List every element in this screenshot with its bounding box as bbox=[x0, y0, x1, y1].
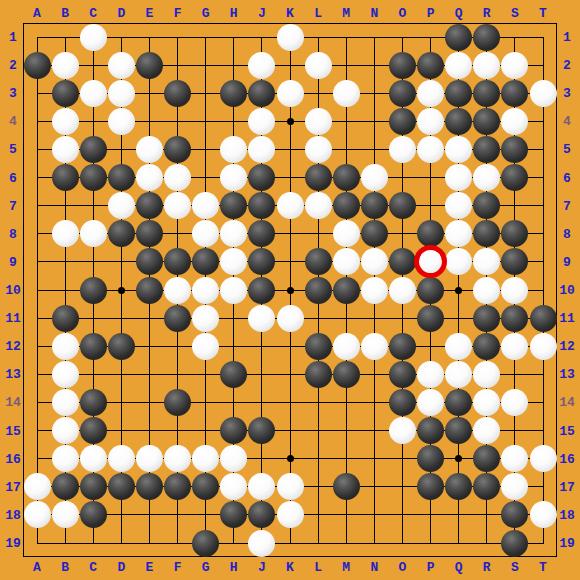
stone-black[interactable] bbox=[192, 248, 219, 275]
stone-black[interactable] bbox=[501, 136, 528, 163]
stone-black[interactable] bbox=[361, 192, 388, 219]
star-point bbox=[118, 287, 125, 294]
stone-white[interactable] bbox=[164, 164, 191, 191]
stone-black[interactable] bbox=[473, 220, 500, 247]
stone-white[interactable] bbox=[52, 108, 79, 135]
row-label-right: 10 bbox=[559, 283, 575, 298]
column-label-bottom: B bbox=[61, 560, 69, 575]
stone-black[interactable] bbox=[473, 24, 500, 51]
stone-white[interactable] bbox=[473, 164, 500, 191]
grid-line-vertical bbox=[37, 37, 38, 544]
stone-white[interactable] bbox=[108, 80, 135, 107]
column-label-top: D bbox=[117, 6, 125, 21]
stone-white[interactable] bbox=[501, 333, 528, 360]
row-label-left: 1 bbox=[9, 30, 17, 45]
column-label-bottom: G bbox=[202, 560, 210, 575]
stone-black[interactable] bbox=[108, 333, 135, 360]
stone-black[interactable] bbox=[136, 277, 163, 304]
column-label-bottom: N bbox=[370, 560, 378, 575]
stone-black[interactable] bbox=[248, 417, 275, 444]
stone-black[interactable] bbox=[192, 530, 219, 557]
stone-black[interactable] bbox=[473, 108, 500, 135]
column-label-top: P bbox=[427, 6, 435, 21]
stone-white[interactable] bbox=[501, 389, 528, 416]
stone-white[interactable] bbox=[445, 136, 472, 163]
stone-white[interactable] bbox=[277, 501, 304, 528]
stone-black[interactable] bbox=[389, 80, 416, 107]
stone-black[interactable] bbox=[361, 220, 388, 247]
stone-black[interactable] bbox=[220, 80, 247, 107]
stone-black[interactable] bbox=[136, 192, 163, 219]
row-label-right: 17 bbox=[559, 479, 575, 494]
stone-white[interactable] bbox=[52, 220, 79, 247]
stone-white[interactable] bbox=[361, 333, 388, 360]
stone-white[interactable] bbox=[192, 305, 219, 332]
stone-white[interactable] bbox=[473, 361, 500, 388]
column-label-top: C bbox=[89, 6, 97, 21]
stone-white[interactable] bbox=[248, 473, 275, 500]
row-label-right: 4 bbox=[563, 114, 571, 129]
column-label-bottom: S bbox=[511, 560, 519, 575]
stone-black[interactable] bbox=[530, 305, 557, 332]
stone-white[interactable] bbox=[361, 248, 388, 275]
stone-white[interactable] bbox=[248, 136, 275, 163]
stone-white[interactable] bbox=[277, 24, 304, 51]
stone-white[interactable] bbox=[108, 445, 135, 472]
stone-white[interactable] bbox=[136, 445, 163, 472]
stone-white[interactable] bbox=[277, 305, 304, 332]
stone-white[interactable] bbox=[445, 361, 472, 388]
stone-white[interactable] bbox=[333, 220, 360, 247]
stone-black[interactable] bbox=[445, 473, 472, 500]
row-label-left: 9 bbox=[9, 254, 17, 269]
stone-black[interactable] bbox=[164, 136, 191, 163]
row-label-right: 13 bbox=[559, 367, 575, 382]
stone-black[interactable] bbox=[473, 136, 500, 163]
stone-white[interactable] bbox=[501, 52, 528, 79]
stone-white[interactable] bbox=[473, 248, 500, 275]
stone-black[interactable] bbox=[333, 164, 360, 191]
row-label-right: 18 bbox=[559, 507, 575, 522]
stone-black[interactable] bbox=[164, 80, 191, 107]
stone-black[interactable] bbox=[136, 248, 163, 275]
stone-white[interactable] bbox=[530, 445, 557, 472]
stone-black[interactable] bbox=[80, 417, 107, 444]
column-label-top: A bbox=[33, 6, 41, 21]
stone-white[interactable] bbox=[220, 277, 247, 304]
stone-white[interactable] bbox=[501, 445, 528, 472]
column-label-top: F bbox=[174, 6, 182, 21]
stone-black[interactable] bbox=[248, 164, 275, 191]
column-label-top: R bbox=[483, 6, 491, 21]
stone-black[interactable] bbox=[248, 220, 275, 247]
stone-white[interactable] bbox=[220, 473, 247, 500]
stone-black[interactable] bbox=[164, 248, 191, 275]
row-label-right: 14 bbox=[559, 395, 575, 410]
stone-white[interactable] bbox=[52, 52, 79, 79]
row-label-right: 7 bbox=[563, 198, 571, 213]
stone-black[interactable] bbox=[248, 80, 275, 107]
stone-black[interactable] bbox=[333, 473, 360, 500]
stone-white[interactable] bbox=[220, 136, 247, 163]
stone-black[interactable] bbox=[501, 305, 528, 332]
stone-white[interactable] bbox=[248, 108, 275, 135]
stone-black[interactable] bbox=[80, 389, 107, 416]
stone-white[interactable] bbox=[52, 333, 79, 360]
row-label-left: 12 bbox=[5, 339, 21, 354]
column-label-bottom: C bbox=[89, 560, 97, 575]
column-label-top: H bbox=[230, 6, 238, 21]
row-label-right: 16 bbox=[559, 451, 575, 466]
stone-white[interactable] bbox=[52, 389, 79, 416]
row-label-left: 14 bbox=[5, 395, 21, 410]
stone-black[interactable] bbox=[80, 501, 107, 528]
stone-black[interactable] bbox=[473, 333, 500, 360]
column-label-top: B bbox=[61, 6, 69, 21]
stone-white[interactable] bbox=[417, 389, 444, 416]
row-label-left: 19 bbox=[5, 536, 21, 551]
stone-black[interactable] bbox=[417, 277, 444, 304]
stone-white[interactable] bbox=[52, 445, 79, 472]
stone-white[interactable] bbox=[277, 473, 304, 500]
stone-black[interactable] bbox=[417, 305, 444, 332]
column-label-top: M bbox=[342, 6, 350, 21]
go-board[interactable]: AABBCCDDEEFFGGHHJJKKLLMMNNOOPPQQRRSSTT11… bbox=[0, 0, 580, 580]
stone-white[interactable] bbox=[389, 277, 416, 304]
stone-white[interactable] bbox=[389, 136, 416, 163]
column-label-bottom: K bbox=[286, 560, 294, 575]
stone-white[interactable] bbox=[305, 136, 332, 163]
row-label-right: 6 bbox=[563, 170, 571, 185]
row-label-right: 19 bbox=[559, 536, 575, 551]
stone-black[interactable] bbox=[417, 473, 444, 500]
stone-white[interactable] bbox=[108, 108, 135, 135]
row-label-right: 11 bbox=[559, 311, 575, 326]
stone-black[interactable] bbox=[501, 248, 528, 275]
stone-black[interactable] bbox=[473, 473, 500, 500]
stone-white[interactable] bbox=[136, 164, 163, 191]
stone-white[interactable] bbox=[277, 192, 304, 219]
star-point bbox=[455, 455, 462, 462]
stone-black[interactable] bbox=[501, 501, 528, 528]
stone-black[interactable] bbox=[108, 164, 135, 191]
stone-black[interactable] bbox=[473, 80, 500, 107]
column-label-bottom: M bbox=[342, 560, 350, 575]
column-label-top: Q bbox=[455, 6, 463, 21]
stone-white[interactable] bbox=[445, 248, 472, 275]
stone-white[interactable] bbox=[192, 192, 219, 219]
star-point bbox=[287, 287, 294, 294]
last-move-marker bbox=[414, 245, 447, 278]
stone-black[interactable] bbox=[220, 417, 247, 444]
column-label-top: L bbox=[314, 6, 322, 21]
stone-black[interactable] bbox=[389, 333, 416, 360]
column-label-bottom: T bbox=[539, 560, 547, 575]
stone-black[interactable] bbox=[248, 192, 275, 219]
column-label-bottom: L bbox=[314, 560, 322, 575]
row-label-right: 5 bbox=[563, 142, 571, 157]
row-label-left: 2 bbox=[9, 58, 17, 73]
stone-white[interactable] bbox=[501, 277, 528, 304]
stone-black[interactable] bbox=[333, 192, 360, 219]
column-label-top: O bbox=[399, 6, 407, 21]
stone-black[interactable] bbox=[445, 108, 472, 135]
stone-black[interactable] bbox=[80, 333, 107, 360]
stone-white[interactable] bbox=[220, 164, 247, 191]
column-label-top: N bbox=[370, 6, 378, 21]
stone-black[interactable] bbox=[501, 220, 528, 247]
stone-black[interactable] bbox=[389, 389, 416, 416]
stone-black[interactable] bbox=[473, 445, 500, 472]
column-label-bottom: R bbox=[483, 560, 491, 575]
stone-black[interactable] bbox=[389, 108, 416, 135]
stone-white[interactable] bbox=[164, 192, 191, 219]
stone-white[interactable] bbox=[473, 417, 500, 444]
stone-white[interactable] bbox=[389, 417, 416, 444]
stone-black[interactable] bbox=[248, 248, 275, 275]
stone-white[interactable] bbox=[530, 80, 557, 107]
stone-white[interactable] bbox=[80, 445, 107, 472]
stone-white[interactable] bbox=[108, 192, 135, 219]
stone-black[interactable] bbox=[248, 501, 275, 528]
row-label-right: 9 bbox=[563, 254, 571, 269]
stone-white[interactable] bbox=[473, 277, 500, 304]
stone-white[interactable] bbox=[445, 164, 472, 191]
stone-black[interactable] bbox=[164, 473, 191, 500]
row-label-left: 17 bbox=[5, 479, 21, 494]
stone-black[interactable] bbox=[389, 361, 416, 388]
row-label-left: 11 bbox=[5, 311, 21, 326]
stone-white[interactable] bbox=[445, 192, 472, 219]
column-label-bottom: Q bbox=[455, 560, 463, 575]
stone-black[interactable] bbox=[333, 361, 360, 388]
column-label-top: J bbox=[258, 6, 266, 21]
column-label-bottom: F bbox=[174, 560, 182, 575]
stone-black[interactable] bbox=[445, 24, 472, 51]
stone-black[interactable] bbox=[417, 52, 444, 79]
stone-white[interactable] bbox=[305, 192, 332, 219]
stone-white[interactable] bbox=[248, 530, 275, 557]
stone-white[interactable] bbox=[164, 277, 191, 304]
stone-black[interactable] bbox=[445, 80, 472, 107]
stone-black[interactable] bbox=[164, 305, 191, 332]
column-label-top: S bbox=[511, 6, 519, 21]
stone-black[interactable] bbox=[80, 164, 107, 191]
stone-white[interactable] bbox=[136, 136, 163, 163]
column-label-bottom: D bbox=[117, 560, 125, 575]
stone-white[interactable] bbox=[473, 52, 500, 79]
stone-white[interactable] bbox=[80, 220, 107, 247]
stone-black[interactable] bbox=[108, 473, 135, 500]
stone-white[interactable] bbox=[501, 108, 528, 135]
stone-black[interactable] bbox=[24, 52, 51, 79]
stone-white[interactable] bbox=[248, 52, 275, 79]
stone-black[interactable] bbox=[501, 530, 528, 557]
stone-white[interactable] bbox=[277, 80, 304, 107]
stone-black[interactable] bbox=[192, 473, 219, 500]
stone-white[interactable] bbox=[417, 108, 444, 135]
stone-white[interactable] bbox=[501, 473, 528, 500]
column-label-bottom: O bbox=[399, 560, 407, 575]
stone-white[interactable] bbox=[52, 136, 79, 163]
stone-black[interactable] bbox=[501, 164, 528, 191]
row-label-left: 18 bbox=[5, 507, 21, 522]
stone-white[interactable] bbox=[248, 305, 275, 332]
star-point bbox=[287, 455, 294, 462]
stone-white[interactable] bbox=[473, 389, 500, 416]
stone-black[interactable] bbox=[417, 445, 444, 472]
stone-black[interactable] bbox=[305, 277, 332, 304]
row-label-left: 16 bbox=[5, 451, 21, 466]
row-label-left: 3 bbox=[9, 86, 17, 101]
stone-black[interactable] bbox=[248, 277, 275, 304]
column-label-bottom: H bbox=[230, 560, 238, 575]
stone-black[interactable] bbox=[445, 417, 472, 444]
stone-white[interactable] bbox=[333, 333, 360, 360]
row-label-left: 7 bbox=[9, 198, 17, 213]
row-label-left: 6 bbox=[9, 170, 17, 185]
stone-white[interactable] bbox=[417, 361, 444, 388]
stone-black[interactable] bbox=[305, 248, 332, 275]
column-label-bottom: P bbox=[427, 560, 435, 575]
row-label-left: 4 bbox=[9, 114, 17, 129]
stone-black[interactable] bbox=[52, 80, 79, 107]
stone-black[interactable] bbox=[136, 473, 163, 500]
stone-white[interactable] bbox=[52, 501, 79, 528]
row-label-left: 13 bbox=[5, 367, 21, 382]
stone-black[interactable] bbox=[305, 164, 332, 191]
stone-black[interactable] bbox=[80, 277, 107, 304]
stone-black[interactable] bbox=[389, 248, 416, 275]
column-label-bottom: A bbox=[33, 560, 41, 575]
stone-white[interactable] bbox=[192, 277, 219, 304]
column-label-top: K bbox=[286, 6, 294, 21]
stone-black[interactable] bbox=[164, 389, 191, 416]
stone-black[interactable] bbox=[108, 220, 135, 247]
stone-black[interactable] bbox=[80, 136, 107, 163]
stone-white[interactable] bbox=[192, 445, 219, 472]
stone-black[interactable] bbox=[220, 361, 247, 388]
stone-white[interactable] bbox=[361, 164, 388, 191]
stone-black[interactable] bbox=[389, 192, 416, 219]
row-label-left: 10 bbox=[5, 283, 21, 298]
row-label-right: 15 bbox=[559, 423, 575, 438]
stone-white[interactable] bbox=[24, 501, 51, 528]
stone-white[interactable] bbox=[52, 361, 79, 388]
row-label-left: 8 bbox=[9, 226, 17, 241]
stone-black[interactable] bbox=[473, 192, 500, 219]
row-label-right: 1 bbox=[563, 30, 571, 45]
column-label-bottom: J bbox=[258, 560, 266, 575]
stone-black[interactable] bbox=[52, 164, 79, 191]
stone-white[interactable] bbox=[52, 417, 79, 444]
row-label-right: 3 bbox=[563, 86, 571, 101]
stone-black[interactable] bbox=[445, 389, 472, 416]
star-point bbox=[287, 118, 294, 125]
grid-line-horizontal bbox=[37, 543, 544, 544]
stone-black[interactable] bbox=[305, 333, 332, 360]
stone-white[interactable] bbox=[445, 52, 472, 79]
stone-white[interactable] bbox=[361, 277, 388, 304]
stone-white[interactable] bbox=[417, 136, 444, 163]
stone-white[interactable] bbox=[164, 445, 191, 472]
stone-black[interactable] bbox=[417, 417, 444, 444]
stone-white[interactable] bbox=[445, 220, 472, 247]
stone-white[interactable] bbox=[445, 333, 472, 360]
column-label-top: T bbox=[539, 6, 547, 21]
stone-white[interactable] bbox=[192, 220, 219, 247]
stone-white[interactable] bbox=[80, 80, 107, 107]
stone-black[interactable] bbox=[305, 361, 332, 388]
stone-black[interactable] bbox=[80, 473, 107, 500]
stone-white[interactable] bbox=[220, 220, 247, 247]
stone-white[interactable] bbox=[220, 248, 247, 275]
stone-white[interactable] bbox=[24, 473, 51, 500]
stone-black[interactable] bbox=[52, 473, 79, 500]
stone-black[interactable] bbox=[136, 52, 163, 79]
stone-black[interactable] bbox=[473, 305, 500, 332]
stone-black[interactable] bbox=[52, 305, 79, 332]
stone-white[interactable] bbox=[333, 248, 360, 275]
stone-white[interactable] bbox=[80, 24, 107, 51]
stone-white[interactable] bbox=[192, 333, 219, 360]
stone-black[interactable] bbox=[417, 220, 444, 247]
stone-white[interactable] bbox=[305, 52, 332, 79]
stone-black[interactable] bbox=[501, 80, 528, 107]
column-label-top: G bbox=[202, 6, 210, 21]
stone-black[interactable] bbox=[333, 277, 360, 304]
stone-black[interactable] bbox=[220, 192, 247, 219]
row-label-right: 12 bbox=[559, 339, 575, 354]
stone-white[interactable] bbox=[333, 80, 360, 107]
stone-black[interactable] bbox=[136, 220, 163, 247]
stone-white[interactable] bbox=[305, 108, 332, 135]
stone-white[interactable] bbox=[530, 501, 557, 528]
row-label-left: 15 bbox=[5, 423, 21, 438]
star-point bbox=[455, 287, 462, 294]
stone-black[interactable] bbox=[220, 501, 247, 528]
stone-white[interactable] bbox=[530, 333, 557, 360]
row-label-left: 5 bbox=[9, 142, 17, 157]
row-label-right: 2 bbox=[563, 58, 571, 73]
stone-white[interactable] bbox=[417, 80, 444, 107]
column-label-bottom: E bbox=[146, 560, 154, 575]
column-label-top: E bbox=[146, 6, 154, 21]
stone-white[interactable] bbox=[108, 52, 135, 79]
stone-black[interactable] bbox=[389, 52, 416, 79]
row-label-right: 8 bbox=[563, 226, 571, 241]
stone-white[interactable] bbox=[220, 445, 247, 472]
